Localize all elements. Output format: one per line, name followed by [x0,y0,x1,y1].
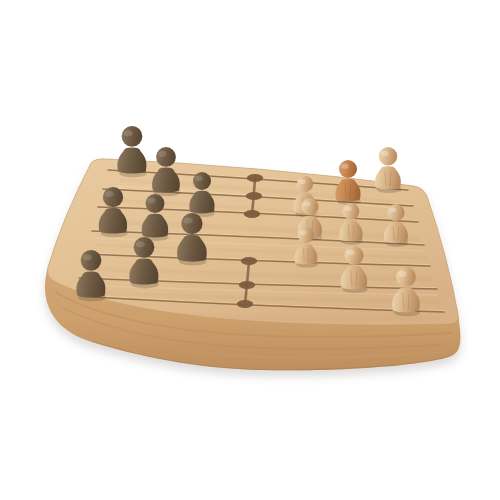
peg-highlight [299,179,306,184]
peg-highlight [83,254,92,260]
peg-highlight [303,201,310,206]
peg-highlight [300,230,307,235]
peg-highlight [345,206,352,211]
peg-highlight [105,191,114,197]
center-dot-4 [241,257,257,265]
peg-highlight [347,250,355,256]
peg-dark[interactable] [117,126,146,177]
peg-head [339,160,357,178]
peg-head [345,246,364,265]
peg-head [181,213,202,234]
peg-highlight [124,130,133,136]
center-dot-5 [239,281,255,289]
peg-body [375,166,401,189]
peg-head [103,187,123,207]
center-dot-3 [244,210,260,218]
peg-head [81,250,102,271]
peg-highlight [148,198,156,204]
board-scene [0,0,500,500]
peg-head [297,176,313,192]
peg-head [396,267,416,287]
peg-head [298,227,314,243]
peg-light[interactable] [375,147,401,193]
peg-highlight [398,271,406,277]
peg-highlight [184,217,193,223]
center-dot-1 [247,174,263,182]
center-dot-2 [246,192,262,200]
product-photo [0,0,500,500]
peg-highlight [136,241,145,247]
peg-head [134,237,155,258]
peg-head [379,147,397,165]
peg-head [156,147,176,167]
peg-head [193,172,211,190]
peg-body [117,148,146,174]
peg-highlight [341,164,349,169]
peg-head [301,198,318,215]
peg-highlight [389,207,396,212]
center-dot-6 [237,300,253,308]
peg-head [146,194,165,213]
peg-head [122,126,143,147]
peg-head [387,204,404,221]
peg-highlight [158,151,166,157]
peg-highlight [195,176,203,181]
peg-highlight [381,151,389,157]
peg-head [343,203,360,220]
